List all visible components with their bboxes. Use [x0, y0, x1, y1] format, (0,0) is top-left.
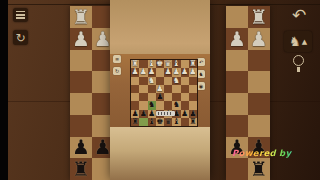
square-b1[interactable]	[181, 60, 189, 68]
bg-square-a1: ♜	[248, 6, 270, 28]
black-r-piece: ♜	[72, 159, 90, 179]
hint-button[interactable]: ♞	[197, 70, 205, 78]
white-p-piece: ♟	[132, 68, 139, 76]
square-a5[interactable]	[189, 93, 197, 101]
menu-icon	[13, 8, 28, 22]
white-b-piece: ♝	[148, 60, 155, 68]
redo-arrow-icon: ↶	[288, 5, 310, 25]
chess-app-screenshot: ≡ ↻ ↶ ♞ ◉ ♜♝♚♛♝♜♟♟♟♟♟♟♟♞♞♟♟♞♞♟♟♟♟♟♟♟♜♝♚♛…	[110, 54, 210, 127]
black-p-piece: ♟	[156, 93, 163, 101]
white-p-piece: ♟	[173, 68, 180, 76]
square-a4[interactable]	[189, 85, 197, 93]
bulb-stem	[297, 67, 300, 72]
square-g1[interactable]	[139, 60, 147, 68]
white-p-piece: ♟	[228, 29, 246, 49]
screen-edge-bar	[0, 0, 8, 180]
black-p-piece: ♟	[189, 110, 196, 118]
white-r-piece: ♜	[132, 60, 139, 68]
square-c6[interactable]: ♞	[172, 101, 180, 109]
square-c5[interactable]	[172, 93, 180, 101]
hint-piece-icon: ♞	[289, 34, 301, 49]
bg-square-b4	[226, 71, 248, 93]
video-frame: ↻ ↶ ♞▲ ♜♟♟♟♟♜ ♜♟♟♟♟♜ Powered by ≡ ↻ ↶ ♞ …	[0, 0, 320, 180]
black-p-piece: ♟	[181, 110, 188, 118]
square-d4[interactable]	[164, 85, 172, 93]
powered-by-watermark: Powered by	[232, 148, 320, 161]
square-a8[interactable]: ♜	[189, 118, 197, 126]
video-column: ≡ ↻ ↶ ♞ ◉ ♜♝♚♛♝♜♟♟♟♟♟♟♟♞♞♟♟♞♞♟♟♟♟♟♟♟♜♝♚♛…	[110, 0, 210, 180]
white-r-piece: ♜	[250, 7, 268, 27]
square-f8[interactable]: ♝	[148, 118, 156, 126]
white-p-piece: ♟	[140, 68, 147, 76]
bg-square-b2: ♟	[226, 28, 248, 50]
white-k-piece: ♚	[156, 60, 163, 68]
square-g6[interactable]	[139, 101, 147, 109]
bg-square-h6	[70, 115, 92, 137]
bg-square-a2: ♟	[248, 28, 270, 50]
square-a1[interactable]: ♜	[189, 60, 197, 68]
black-p-piece: ♟	[72, 137, 90, 157]
black-p-piece: ♟	[132, 110, 139, 118]
black-p-piece: ♟	[94, 137, 112, 157]
bg-square-h1: ♜	[70, 6, 92, 28]
bg-square-a4	[248, 71, 270, 93]
square-b2[interactable]: ♟	[181, 68, 189, 76]
square-e1[interactable]: ♚	[156, 60, 164, 68]
square-c4[interactable]	[172, 85, 180, 93]
blurred-fill-top	[110, 0, 210, 54]
bulb-globe	[293, 55, 304, 66]
square-f4[interactable]	[148, 85, 156, 93]
black-n-piece: ♞	[173, 101, 180, 109]
bg-square-a6	[248, 115, 270, 137]
square-h6[interactable]	[131, 101, 139, 109]
square-g2[interactable]: ♟	[139, 68, 147, 76]
bg-square-b6	[226, 115, 248, 137]
black-p-piece: ♟	[148, 110, 155, 118]
square-g4[interactable]	[139, 85, 147, 93]
square-b8[interactable]	[181, 118, 189, 126]
bg-square-h5	[70, 93, 92, 115]
square-b6[interactable]	[181, 101, 189, 109]
black-r-piece: ♜	[132, 118, 139, 126]
square-b5[interactable]	[181, 93, 189, 101]
bg-square-b3	[226, 50, 248, 72]
square-f7[interactable]: ♟	[148, 110, 156, 118]
square-h5[interactable]	[131, 93, 139, 101]
black-b-piece: ♝	[148, 118, 155, 126]
square-e5[interactable]: ♟	[156, 93, 164, 101]
magnified-board-left: ♜♟♟♟♟♜	[70, 6, 114, 180]
bg-square-h8: ♜	[70, 158, 92, 180]
white-p-piece: ♟	[72, 29, 90, 49]
square-e2[interactable]	[156, 68, 164, 76]
bg-square-b1	[226, 6, 248, 28]
square-g7[interactable]: ♟	[139, 110, 147, 118]
white-p-piece: ♟	[189, 68, 196, 76]
square-h3[interactable]	[131, 77, 139, 85]
menu-button[interactable]: ≡	[113, 55, 121, 63]
white-r-piece: ♜	[72, 7, 90, 27]
square-d1[interactable]: ♛	[164, 60, 172, 68]
square-f6[interactable]: ♞	[148, 101, 156, 109]
square-f3[interactable]: ♞	[148, 77, 156, 85]
hamburger-lines-icon	[16, 11, 25, 19]
square-f1[interactable]: ♝	[148, 60, 156, 68]
bg-square-h7: ♟	[70, 137, 92, 159]
square-a3[interactable]	[189, 77, 197, 85]
square-c8[interactable]: ♝	[172, 118, 180, 126]
analysis-button[interactable]: ◉	[197, 82, 205, 90]
square-e6[interactable]	[156, 101, 164, 109]
black-n-piece: ♞	[148, 101, 155, 109]
redo-button[interactable]: ↶	[197, 58, 205, 66]
white-n-piece: ♞	[173, 77, 180, 85]
bg-square-a8: ♜	[248, 158, 270, 180]
hint-icon: ♞▲	[284, 31, 312, 52]
square-c1[interactable]: ♝	[172, 60, 180, 68]
white-p-piece: ♟	[156, 85, 163, 93]
black-p-piece: ♟	[140, 110, 147, 118]
black-k-piece: ♚	[156, 118, 163, 126]
square-b4[interactable]	[181, 85, 189, 93]
square-g8[interactable]	[139, 118, 147, 126]
chess-board[interactable]: ♜♝♚♛♝♜♟♟♟♟♟♟♟♞♞♟♟♞♞♟♟♟♟♟♟♟♜♝♚♛♝♜	[131, 60, 197, 126]
square-e3[interactable]	[156, 77, 164, 85]
white-r-piece: ♜	[189, 60, 196, 68]
square-d6[interactable]	[164, 101, 172, 109]
bg-square-h4	[70, 71, 92, 93]
square-g5[interactable]	[139, 93, 147, 101]
square-b3[interactable]	[181, 77, 189, 85]
white-p-piece: ♟	[181, 68, 188, 76]
black-q-piece: ♛	[165, 118, 172, 126]
hint-triangle-icon: ▲	[302, 38, 307, 46]
black-r-piece: ♜	[189, 118, 196, 126]
square-d3[interactable]	[164, 77, 172, 85]
black-r-piece: ♜	[250, 159, 268, 179]
square-h2[interactable]: ♟	[131, 68, 139, 76]
square-a6[interactable]	[189, 101, 197, 109]
square-a2[interactable]: ♟	[189, 68, 197, 76]
square-c2[interactable]: ♟	[172, 68, 180, 76]
bg-square-a5	[248, 93, 270, 115]
white-q-piece: ♛	[165, 60, 172, 68]
app-watermark-chip	[156, 111, 175, 116]
white-p-piece: ♟	[94, 29, 112, 49]
analysis-bulb-icon	[292, 55, 304, 75]
white-p-piece: ♟	[250, 29, 268, 49]
white-p-piece: ♟	[148, 68, 155, 76]
square-e8[interactable]: ♚	[156, 118, 164, 126]
square-b7[interactable]: ♟	[181, 110, 189, 118]
white-p-piece: ♟	[165, 68, 172, 76]
square-d2[interactable]: ♟	[164, 68, 172, 76]
square-f2[interactable]: ♟	[148, 68, 156, 76]
new-game-button[interactable]: ↻	[113, 67, 121, 75]
square-h4[interactable]	[131, 85, 139, 93]
white-n-piece: ♞	[148, 77, 155, 85]
bg-square-b5	[226, 93, 248, 115]
bg-square-b8	[226, 158, 248, 180]
blurred-fill-bottom	[110, 127, 210, 180]
bg-square-a3	[248, 50, 270, 72]
square-d5[interactable]	[164, 93, 172, 101]
bg-square-h3	[70, 50, 92, 72]
black-b-piece: ♝	[173, 118, 180, 126]
white-b-piece: ♝	[173, 60, 180, 68]
square-g3[interactable]	[139, 77, 147, 85]
square-h8[interactable]: ♜	[131, 118, 139, 126]
square-d8[interactable]: ♛	[164, 118, 172, 126]
square-h7[interactable]: ♟	[131, 110, 139, 118]
square-e4[interactable]: ♟	[156, 85, 164, 93]
square-h1[interactable]: ♜	[131, 60, 139, 68]
square-a7[interactable]: ♟	[189, 110, 197, 118]
square-f5[interactable]	[148, 93, 156, 101]
square-c3[interactable]: ♞	[172, 77, 180, 85]
bg-square-h2: ♟	[70, 28, 92, 50]
new-game-icon: ↻	[13, 30, 28, 45]
